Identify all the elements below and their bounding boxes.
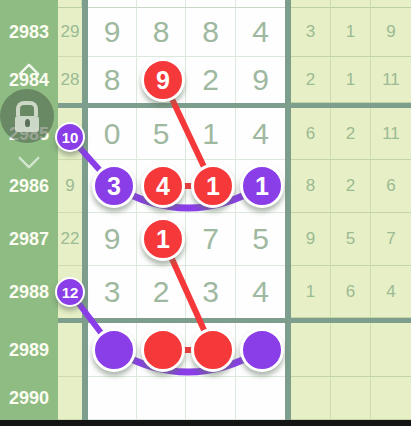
- digit-cell: [186, 0, 236, 8]
- right-stat-cell: [331, 377, 371, 420]
- digit-cell: 9: [236, 57, 285, 103]
- digit-cell: 4: [236, 8, 285, 57]
- marker-dot: [191, 328, 235, 372]
- right-stat-cell: 2: [291, 57, 331, 103]
- stat-cell: 28: [58, 57, 82, 103]
- marker-circle: 12: [55, 277, 85, 307]
- right-stat-cell: [331, 0, 371, 8]
- lock-button[interactable]: [0, 89, 54, 143]
- right-stat-cell: 11: [371, 108, 411, 160]
- right-stat-cell: [371, 377, 411, 420]
- right-stat-cell: 2: [331, 108, 371, 160]
- right-stat-cell: 3: [291, 8, 331, 57]
- digit-cell: 3: [88, 266, 137, 318]
- marker-dot: [141, 328, 185, 372]
- digit-cell: 4: [236, 108, 285, 160]
- digit-cell: [137, 0, 186, 8]
- marker-circle: 1: [191, 164, 235, 208]
- issue-cell: 2990: [0, 377, 58, 420]
- right-stat-cell: 7: [371, 213, 411, 266]
- right-stat-cell: 9: [291, 213, 331, 266]
- stat-cell: [58, 377, 82, 420]
- right-stat-cell: [291, 377, 331, 420]
- stat-cell: 9: [58, 160, 82, 213]
- digit-cell: [186, 377, 236, 420]
- digit-cell: 5: [236, 213, 285, 266]
- marker-circle: 1: [240, 164, 284, 208]
- stat-cell: [58, 323, 82, 377]
- issue-cell: 2989: [0, 323, 58, 377]
- marker-dot: [92, 328, 136, 372]
- digit-cell: 0: [88, 108, 137, 160]
- stat-cell: [58, 0, 82, 8]
- digit-cell: [236, 0, 285, 8]
- right-stat-cell: 1: [331, 57, 371, 103]
- digit-cell: [236, 377, 285, 420]
- right-stat-cell: 6: [371, 160, 411, 213]
- digit-cell: [88, 377, 137, 420]
- issue-cell: [0, 0, 58, 8]
- digit-cell: 8: [137, 8, 186, 57]
- digit-cell: [88, 0, 137, 8]
- digit-cell: 7: [186, 213, 236, 266]
- marker-circle: 1: [141, 217, 185, 261]
- right-stat-cell: 11: [371, 57, 411, 103]
- right-stat-cell: 9: [371, 8, 411, 57]
- marker-circle: 9: [141, 58, 185, 102]
- digit-cell: 9: [88, 8, 137, 57]
- issue-cell: 2987: [0, 213, 58, 266]
- digit-cell: [137, 377, 186, 420]
- digit-cell: 5: [137, 108, 186, 160]
- right-stat-cell: 8: [291, 160, 331, 213]
- digit-cell: 8: [186, 8, 236, 57]
- marker-circle: 4: [141, 164, 185, 208]
- marker-dot: [240, 328, 284, 372]
- right-stat-cell: 1: [291, 266, 331, 318]
- digit-cell: 9: [88, 213, 137, 266]
- right-stat-cell: 2: [331, 160, 371, 213]
- right-stat-cell: 6: [331, 266, 371, 318]
- digit-cell: 8: [88, 57, 137, 103]
- bottom-bar: [0, 420, 411, 426]
- right-stat-cell: 4: [371, 266, 411, 318]
- right-stat-cell: [371, 0, 411, 8]
- trend-chart-board: 2983 29 9 8 8 4 3 1 9 2984 28 8 2 9 2 1 …: [0, 0, 411, 426]
- right-stat-cell: [291, 0, 331, 8]
- marker-circle: 3: [92, 164, 136, 208]
- marker-circle: 10: [55, 122, 85, 152]
- right-stat-cell: 6: [291, 108, 331, 160]
- right-stat-cell: [331, 323, 371, 377]
- digit-cell: 2: [137, 266, 186, 318]
- digit-cell: 3: [186, 266, 236, 318]
- digit-cell: 1: [186, 108, 236, 160]
- lock-icon: [15, 101, 39, 132]
- right-stat-cell: 1: [331, 8, 371, 57]
- right-stat-cell: [371, 323, 411, 377]
- stat-cell: 29: [58, 8, 82, 57]
- right-stat-cell: [291, 323, 331, 377]
- stat-cell: 22: [58, 213, 82, 266]
- digit-cell: 4: [236, 266, 285, 318]
- right-stat-cell: 5: [331, 213, 371, 266]
- issue-cell: 2988: [0, 266, 58, 318]
- issue-cell: 2983: [0, 8, 58, 57]
- digit-cell: 2: [186, 57, 236, 103]
